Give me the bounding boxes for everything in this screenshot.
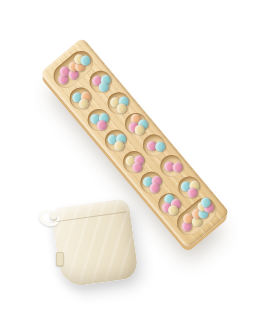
pit-grid	[65, 66, 205, 219]
bag-drawstring-seam	[57, 211, 127, 222]
drawstring-bag	[51, 198, 139, 288]
bag-fabric-tag	[56, 252, 64, 266]
product-photo-scene	[0, 0, 260, 325]
